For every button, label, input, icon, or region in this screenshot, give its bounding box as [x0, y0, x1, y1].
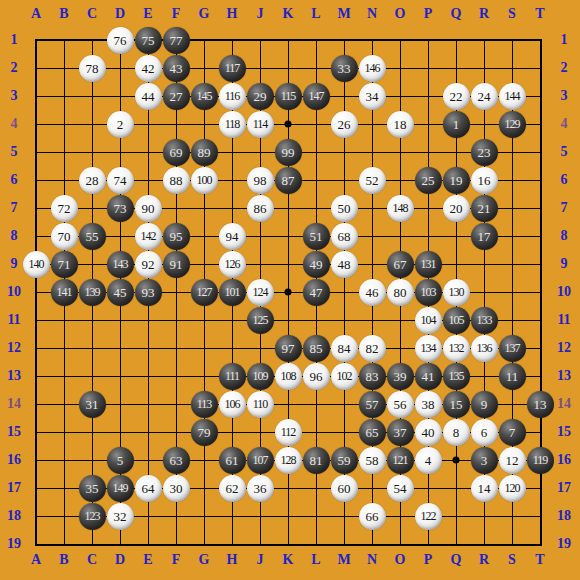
row-label-8: 8: [550, 222, 578, 250]
move-number: 46: [366, 286, 379, 299]
move-number: 2: [117, 118, 124, 131]
move-number: 51: [310, 230, 323, 243]
stone-N2: 146: [359, 55, 386, 82]
stone-M4: 26: [331, 111, 358, 138]
row-label-14: 14: [550, 390, 578, 418]
stone-L16: 81: [303, 447, 330, 474]
move-number: 17: [478, 230, 491, 243]
move-number: 15: [450, 398, 463, 411]
stone-F6: 88: [163, 167, 190, 194]
move-number: 99: [282, 146, 295, 159]
col-label-A: A: [22, 2, 50, 26]
stone-D18: 32: [107, 503, 134, 530]
stone-Q14: 15: [443, 391, 470, 418]
row-label-17: 17: [550, 474, 578, 502]
stone-J7: 86: [247, 195, 274, 222]
row-label-11: 11: [550, 306, 578, 334]
stone-O7: 148: [387, 195, 414, 222]
stone-R7: 21: [471, 195, 498, 222]
stone-J17: 36: [247, 475, 274, 502]
stone-Q10: 130: [443, 279, 470, 306]
move-number: 147: [309, 90, 324, 102]
move-number: 6: [481, 426, 488, 439]
stone-R3: 24: [471, 83, 498, 110]
stone-B7: 72: [51, 195, 78, 222]
stone-B10: 141: [51, 279, 78, 306]
move-number: 134: [421, 342, 436, 354]
stone-Q12: 132: [443, 335, 470, 362]
move-number: 141: [57, 286, 72, 298]
stone-K5: 99: [275, 139, 302, 166]
stone-J10: 124: [247, 279, 274, 306]
move-number: 37: [394, 426, 407, 439]
row-label-15: 15: [550, 418, 578, 446]
move-number: 136: [477, 342, 492, 354]
stone-R17: 14: [471, 475, 498, 502]
move-number: 50: [338, 202, 351, 215]
stone-H16: 61: [219, 447, 246, 474]
move-number: 75: [142, 34, 155, 47]
move-number: 65: [366, 426, 379, 439]
stone-J4: 114: [247, 111, 274, 138]
stone-K3: 115: [275, 83, 302, 110]
stone-H2: 117: [219, 55, 246, 82]
move-number: 115: [281, 90, 296, 102]
stone-K6: 87: [275, 167, 302, 194]
stone-F16: 63: [163, 447, 190, 474]
row-label-4: 4: [550, 110, 578, 138]
move-number: 86: [254, 202, 267, 215]
move-number: 118: [225, 118, 240, 130]
stone-O14: 56: [387, 391, 414, 418]
move-number: 101: [225, 286, 240, 298]
stone-C14: 31: [79, 391, 106, 418]
stone-E1: 75: [135, 27, 162, 54]
move-number: 96: [310, 370, 323, 383]
move-number: 137: [505, 342, 520, 354]
move-number: 74: [114, 174, 127, 187]
row-label-6: 6: [550, 166, 578, 194]
move-number: 148: [393, 202, 408, 214]
move-number: 97: [282, 342, 295, 355]
move-number: 89: [198, 146, 211, 159]
stone-M9: 48: [331, 251, 358, 278]
move-number: 64: [142, 482, 155, 495]
move-number: 25: [422, 174, 435, 187]
move-number: 67: [394, 258, 407, 271]
move-number: 102: [337, 370, 352, 382]
stone-P18: 122: [415, 503, 442, 530]
move-number: 45: [114, 286, 127, 299]
move-number: 43: [170, 62, 183, 75]
row-label-2: 2: [550, 54, 578, 82]
stone-H8: 94: [219, 223, 246, 250]
move-number: 87: [282, 174, 295, 187]
stone-Q7: 20: [443, 195, 470, 222]
stone-M2: 33: [331, 55, 358, 82]
move-number: 81: [310, 454, 323, 467]
stone-O9: 67: [387, 251, 414, 278]
row-label-3: 3: [550, 82, 578, 110]
stone-C8: 55: [79, 223, 106, 250]
move-number: 59: [338, 454, 351, 467]
stone-Q6: 19: [443, 167, 470, 194]
stone-H14: 106: [219, 391, 246, 418]
move-number: 71: [58, 258, 71, 271]
move-number: 58: [366, 454, 379, 467]
col-label-D: D: [106, 2, 134, 26]
stone-H10: 101: [219, 279, 246, 306]
stone-P15: 40: [415, 419, 442, 446]
move-number: 119: [533, 454, 548, 466]
col-label-C: C: [78, 2, 106, 26]
stone-F1: 77: [163, 27, 190, 54]
stone-R14: 9: [471, 391, 498, 418]
stone-B9: 71: [51, 251, 78, 278]
move-number: 18: [394, 118, 407, 131]
stone-G5: 89: [191, 139, 218, 166]
move-number: 103: [421, 286, 436, 298]
move-number: 8: [453, 426, 460, 439]
move-number: 24: [478, 90, 491, 103]
move-number: 44: [142, 90, 155, 103]
stone-R11: 133: [471, 307, 498, 334]
move-number: 107: [253, 454, 268, 466]
move-number: 104: [421, 314, 436, 326]
stone-D17: 149: [107, 475, 134, 502]
stone-R8: 17: [471, 223, 498, 250]
move-number: 117: [225, 62, 240, 74]
stone-N13: 83: [359, 363, 386, 390]
move-number: 149: [113, 482, 128, 494]
stone-Q13: 135: [443, 363, 470, 390]
move-number: 63: [170, 454, 183, 467]
move-number: 30: [170, 482, 183, 495]
move-number: 143: [113, 258, 128, 270]
move-number: 142: [141, 230, 156, 242]
stone-M7: 50: [331, 195, 358, 222]
stone-N16: 58: [359, 447, 386, 474]
stone-P13: 41: [415, 363, 442, 390]
stone-S13: 11: [499, 363, 526, 390]
stone-S4: 129: [499, 111, 526, 138]
move-number: 57: [366, 398, 379, 411]
move-number: 135: [449, 370, 464, 382]
stone-H9: 126: [219, 251, 246, 278]
col-label-S: S: [498, 2, 526, 26]
move-number: 131: [421, 258, 436, 270]
move-number: 19: [450, 174, 463, 187]
move-number: 112: [281, 426, 296, 438]
col-label-R: R: [470, 2, 498, 26]
stone-P16: 4: [415, 447, 442, 474]
col-label-N: N: [358, 2, 386, 26]
move-number: 47: [310, 286, 323, 299]
stone-D1: 76: [107, 27, 134, 54]
stone-M12: 84: [331, 335, 358, 362]
column-labels-top: ABCDEFGHJKLMNOPQRST: [22, 2, 554, 26]
row-label-18: 18: [550, 502, 578, 530]
stone-N18: 66: [359, 503, 386, 530]
move-number: 66: [366, 510, 379, 523]
move-number: 94: [226, 230, 239, 243]
move-number: 16: [478, 174, 491, 187]
stone-O15: 37: [387, 419, 414, 446]
row-labels-right: 12345678910111213141516171819: [550, 26, 578, 558]
stones-grid: 7675777842431173314644271451162911514734…: [22, 26, 554, 558]
stone-R6: 16: [471, 167, 498, 194]
move-number: 9: [481, 398, 488, 411]
move-number: 132: [449, 342, 464, 354]
move-number: 111: [225, 370, 239, 382]
stone-S16: 12: [499, 447, 526, 474]
col-label-H: H: [218, 2, 246, 26]
stone-F8: 95: [163, 223, 190, 250]
stone-J6: 98: [247, 167, 274, 194]
move-number: 77: [170, 34, 183, 47]
stone-N3: 34: [359, 83, 386, 110]
stone-H17: 62: [219, 475, 246, 502]
col-label-E: E: [134, 2, 162, 26]
stone-P14: 38: [415, 391, 442, 418]
stone-G10: 127: [191, 279, 218, 306]
move-number: 3: [481, 454, 488, 467]
move-number: 145: [197, 90, 212, 102]
move-number: 39: [394, 370, 407, 383]
move-number: 140: [29, 258, 44, 270]
stone-H3: 116: [219, 83, 246, 110]
move-number: 56: [394, 398, 407, 411]
stone-P9: 131: [415, 251, 442, 278]
stone-L3: 147: [303, 83, 330, 110]
move-number: 116: [225, 90, 240, 102]
stone-Q3: 22: [443, 83, 470, 110]
move-number: 79: [198, 426, 211, 439]
stone-F9: 91: [163, 251, 190, 278]
move-number: 124: [253, 286, 268, 298]
move-number: 84: [338, 342, 351, 355]
move-number: 34: [366, 90, 379, 103]
stone-K13: 108: [275, 363, 302, 390]
move-number: 91: [170, 258, 183, 271]
stone-S15: 7: [499, 419, 526, 446]
move-number: 23: [478, 146, 491, 159]
row-label-10: 10: [550, 278, 578, 306]
col-label-J: J: [246, 2, 274, 26]
move-number: 1: [453, 118, 460, 131]
move-number: 33: [338, 62, 351, 75]
move-number: 26: [338, 118, 351, 131]
move-number: 105: [449, 314, 464, 326]
stone-S12: 137: [499, 335, 526, 362]
stone-F5: 69: [163, 139, 190, 166]
stone-R12: 136: [471, 335, 498, 362]
col-label-F: F: [162, 2, 190, 26]
move-number: 130: [449, 286, 464, 298]
move-number: 106: [225, 398, 240, 410]
move-number: 14: [478, 482, 491, 495]
move-number: 85: [310, 342, 323, 355]
stone-A9: 140: [23, 251, 50, 278]
move-number: 133: [477, 314, 492, 326]
move-number: 29: [254, 90, 267, 103]
move-number: 82: [366, 342, 379, 355]
stone-J13: 109: [247, 363, 274, 390]
move-number: 120: [505, 482, 520, 494]
go-board-diagram: ABCDEFGHJKLMNOPQRST ABCDEFGHJKLMNOPQRST …: [0, 0, 580, 580]
stone-G14: 113: [191, 391, 218, 418]
col-label-P: P: [414, 2, 442, 26]
stone-F17: 30: [163, 475, 190, 502]
move-number: 69: [170, 146, 183, 159]
stone-H13: 111: [219, 363, 246, 390]
stone-S17: 120: [499, 475, 526, 502]
move-number: 36: [254, 482, 267, 495]
stone-O17: 54: [387, 475, 414, 502]
move-number: 41: [422, 370, 435, 383]
stone-P6: 25: [415, 167, 442, 194]
stone-E2: 42: [135, 55, 162, 82]
stone-L13: 96: [303, 363, 330, 390]
stone-J3: 29: [247, 83, 274, 110]
move-number: 114: [253, 118, 268, 130]
stone-L8: 51: [303, 223, 330, 250]
stone-J11: 125: [247, 307, 274, 334]
move-number: 125: [253, 314, 268, 326]
row-label-5: 5: [550, 138, 578, 166]
stone-O10: 80: [387, 279, 414, 306]
row-label-7: 7: [550, 194, 578, 222]
row-label-12: 12: [550, 334, 578, 362]
move-number: 93: [142, 286, 155, 299]
move-number: 13: [534, 398, 547, 411]
move-number: 126: [225, 258, 240, 270]
stone-C6: 28: [79, 167, 106, 194]
stone-E8: 142: [135, 223, 162, 250]
move-number: 83: [366, 370, 379, 383]
stone-N12: 82: [359, 335, 386, 362]
move-number: 12: [506, 454, 519, 467]
stone-C17: 35: [79, 475, 106, 502]
move-number: 92: [142, 258, 155, 271]
stone-M8: 68: [331, 223, 358, 250]
move-number: 55: [86, 230, 99, 243]
stone-Q4: 1: [443, 111, 470, 138]
stone-Q11: 105: [443, 307, 470, 334]
row-label-16: 16: [550, 446, 578, 474]
move-number: 121: [393, 454, 408, 466]
col-label-T: T: [526, 2, 554, 26]
stone-N15: 65: [359, 419, 386, 446]
move-number: 11: [506, 370, 519, 383]
move-number: 42: [142, 62, 155, 75]
stone-M17: 60: [331, 475, 358, 502]
move-number: 4: [425, 454, 432, 467]
move-number: 32: [114, 510, 127, 523]
stone-E7: 90: [135, 195, 162, 222]
move-number: 52: [366, 174, 379, 187]
stone-L10: 47: [303, 279, 330, 306]
stone-C18: 123: [79, 503, 106, 530]
stone-C2: 78: [79, 55, 106, 82]
move-number: 5: [117, 454, 124, 467]
stone-D9: 143: [107, 251, 134, 278]
stone-D6: 74: [107, 167, 134, 194]
stone-Q15: 8: [443, 419, 470, 446]
move-number: 21: [478, 202, 491, 215]
stone-D7: 73: [107, 195, 134, 222]
stone-R15: 6: [471, 419, 498, 446]
stone-P12: 134: [415, 335, 442, 362]
move-number: 139: [85, 286, 100, 298]
move-number: 35: [86, 482, 99, 495]
stone-D4: 2: [107, 111, 134, 138]
stone-P11: 104: [415, 307, 442, 334]
stone-F3: 27: [163, 83, 190, 110]
row-label-1: 1: [550, 26, 578, 54]
stone-H4: 118: [219, 111, 246, 138]
stone-S3: 144: [499, 83, 526, 110]
stone-E17: 64: [135, 475, 162, 502]
stone-O16: 121: [387, 447, 414, 474]
move-number: 31: [86, 398, 99, 411]
stone-J16: 107: [247, 447, 274, 474]
move-number: 110: [253, 398, 268, 410]
move-number: 27: [170, 90, 183, 103]
move-number: 129: [505, 118, 520, 130]
move-number: 113: [197, 398, 212, 410]
stone-M13: 102: [331, 363, 358, 390]
stone-N6: 52: [359, 167, 386, 194]
move-number: 28: [86, 174, 99, 187]
stone-O13: 39: [387, 363, 414, 390]
move-number: 108: [281, 370, 296, 382]
move-number: 60: [338, 482, 351, 495]
move-number: 88: [170, 174, 183, 187]
stone-M16: 59: [331, 447, 358, 474]
stone-D10: 45: [107, 279, 134, 306]
stone-C10: 139: [79, 279, 106, 306]
move-number: 90: [142, 202, 155, 215]
move-number: 61: [226, 454, 239, 467]
move-number: 54: [394, 482, 407, 495]
move-number: 20: [450, 202, 463, 215]
move-number: 146: [365, 62, 380, 74]
stone-O4: 18: [387, 111, 414, 138]
move-number: 127: [197, 286, 212, 298]
stone-N14: 57: [359, 391, 386, 418]
stone-K15: 112: [275, 419, 302, 446]
move-number: 73: [114, 202, 127, 215]
row-label-13: 13: [550, 362, 578, 390]
row-label-9: 9: [550, 250, 578, 278]
move-number: 72: [58, 202, 71, 215]
col-label-L: L: [302, 2, 330, 26]
stone-F2: 43: [163, 55, 190, 82]
col-label-G: G: [190, 2, 218, 26]
stone-L12: 85: [303, 335, 330, 362]
move-number: 22: [450, 90, 463, 103]
stone-E10: 93: [135, 279, 162, 306]
stone-P10: 103: [415, 279, 442, 306]
move-number: 128: [281, 454, 296, 466]
move-number: 49: [310, 258, 323, 271]
stone-E9: 92: [135, 251, 162, 278]
stone-K12: 97: [275, 335, 302, 362]
move-number: 123: [85, 510, 100, 522]
move-number: 40: [422, 426, 435, 439]
stone-K16: 128: [275, 447, 302, 474]
